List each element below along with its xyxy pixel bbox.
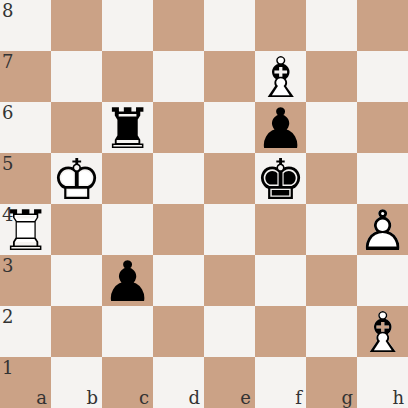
square-h6[interactable] xyxy=(357,102,408,153)
white-bishop-h2[interactable]: ♝♗ xyxy=(357,306,408,357)
square-d8[interactable] xyxy=(153,0,204,51)
square-g1[interactable]: g xyxy=(306,357,357,408)
black-king-icon: ♚ xyxy=(255,154,306,205)
square-h3[interactable] xyxy=(357,255,408,306)
square-b8[interactable] xyxy=(51,0,102,51)
white-pawn-h4[interactable]: ♟♙ xyxy=(357,204,408,255)
white-king-b5[interactable]: ♚♔ xyxy=(51,153,102,204)
file-label-c: c xyxy=(139,389,149,407)
file-label-g: g xyxy=(341,389,353,407)
black-rook-icon: ♜ xyxy=(102,103,153,154)
square-h8[interactable] xyxy=(357,0,408,51)
square-e2[interactable] xyxy=(204,306,255,357)
square-e7[interactable] xyxy=(204,51,255,102)
black-pawn-c3[interactable]: ♟ xyxy=(102,255,153,306)
black-rook-c6[interactable]: ♜ xyxy=(102,102,153,153)
file-label-h: h xyxy=(392,389,404,407)
white-bishop-icon: ♗ xyxy=(357,307,408,358)
square-d2[interactable] xyxy=(153,306,204,357)
square-a6[interactable]: 6 xyxy=(0,102,51,153)
square-a4[interactable]: 4♜♖ xyxy=(0,204,51,255)
square-d3[interactable] xyxy=(153,255,204,306)
black-pawn-f6[interactable]: ♟ xyxy=(255,102,306,153)
square-g2[interactable] xyxy=(306,306,357,357)
square-d7[interactable] xyxy=(153,51,204,102)
square-c5[interactable] xyxy=(102,153,153,204)
square-b2[interactable] xyxy=(51,306,102,357)
square-e5[interactable] xyxy=(204,153,255,204)
square-e1[interactable]: e xyxy=(204,357,255,408)
black-pawn-icon: ♟ xyxy=(102,256,153,307)
square-c2[interactable] xyxy=(102,306,153,357)
square-h2[interactable]: ♝♗ xyxy=(357,306,408,357)
square-b5[interactable]: ♚♔ xyxy=(51,153,102,204)
square-g8[interactable] xyxy=(306,0,357,51)
rank-label-1: 1 xyxy=(2,359,13,377)
square-c4[interactable] xyxy=(102,204,153,255)
square-d5[interactable] xyxy=(153,153,204,204)
square-e3[interactable] xyxy=(204,255,255,306)
square-f8[interactable] xyxy=(255,0,306,51)
rank-label-4: 4 xyxy=(2,206,13,224)
rank-label-7: 7 xyxy=(2,53,13,71)
rank-label-5: 5 xyxy=(2,155,13,173)
square-c6[interactable]: ♜ xyxy=(102,102,153,153)
file-label-a: a xyxy=(36,389,47,407)
square-c7[interactable] xyxy=(102,51,153,102)
square-d4[interactable] xyxy=(153,204,204,255)
square-h7[interactable] xyxy=(357,51,408,102)
square-f3[interactable] xyxy=(255,255,306,306)
square-c3[interactable]: ♟ xyxy=(102,255,153,306)
white-pawn-icon: ♙ xyxy=(357,205,408,256)
square-d6[interactable] xyxy=(153,102,204,153)
square-e6[interactable] xyxy=(204,102,255,153)
square-c1[interactable]: c xyxy=(102,357,153,408)
square-a7[interactable]: 7 xyxy=(0,51,51,102)
square-f2[interactable] xyxy=(255,306,306,357)
square-g4[interactable] xyxy=(306,204,357,255)
square-a8[interactable]: 8 xyxy=(0,0,51,51)
square-e4[interactable] xyxy=(204,204,255,255)
square-g5[interactable] xyxy=(306,153,357,204)
square-h4[interactable]: ♟♙ xyxy=(357,204,408,255)
square-b4[interactable] xyxy=(51,204,102,255)
square-h1[interactable]: h xyxy=(357,357,408,408)
square-a5[interactable]: 5 xyxy=(0,153,51,204)
rank-label-8: 8 xyxy=(2,2,13,20)
square-b7[interactable] xyxy=(51,51,102,102)
rank-label-3: 3 xyxy=(2,257,13,275)
square-g3[interactable] xyxy=(306,255,357,306)
chess-board: 87♝♗6♜♟5♚♔♚4♜♖♟♙3♟2♝♗1abcdefgh xyxy=(0,0,408,408)
square-f6[interactable]: ♟ xyxy=(255,102,306,153)
square-f7[interactable]: ♝♗ xyxy=(255,51,306,102)
rank-label-6: 6 xyxy=(2,104,13,122)
square-g6[interactable] xyxy=(306,102,357,153)
square-f5[interactable]: ♚ xyxy=(255,153,306,204)
file-label-d: d xyxy=(188,389,200,407)
square-f1[interactable]: f xyxy=(255,357,306,408)
square-b1[interactable]: b xyxy=(51,357,102,408)
square-b3[interactable] xyxy=(51,255,102,306)
white-king-icon: ♔ xyxy=(51,154,102,205)
white-bishop-f7[interactable]: ♝♗ xyxy=(255,51,306,102)
file-label-b: b xyxy=(86,389,98,407)
square-e8[interactable] xyxy=(204,0,255,51)
square-b6[interactable] xyxy=(51,102,102,153)
square-f4[interactable] xyxy=(255,204,306,255)
square-d1[interactable]: d xyxy=(153,357,204,408)
square-c8[interactable] xyxy=(102,0,153,51)
file-label-e: e xyxy=(240,389,251,407)
square-a2[interactable]: 2 xyxy=(0,306,51,357)
rank-label-2: 2 xyxy=(2,308,13,326)
square-a3[interactable]: 3 xyxy=(0,255,51,306)
square-a1[interactable]: 1a xyxy=(0,357,51,408)
file-label-f: f xyxy=(295,389,302,407)
square-h5[interactable] xyxy=(357,153,408,204)
black-king-f5[interactable]: ♚ xyxy=(255,153,306,204)
square-g7[interactable] xyxy=(306,51,357,102)
